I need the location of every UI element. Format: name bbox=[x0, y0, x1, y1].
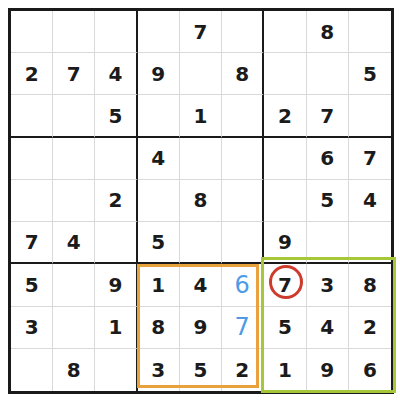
cell-r4c5[interactable] bbox=[180, 138, 222, 180]
cell-r4c2[interactable] bbox=[53, 138, 95, 180]
cell-r5c8[interactable]: 5 bbox=[307, 180, 349, 222]
cell-r5c4[interactable] bbox=[138, 180, 180, 222]
cell-r9c7[interactable]: 1 bbox=[264, 349, 306, 391]
cell-r8c3[interactable]: 1 bbox=[95, 307, 137, 349]
cell-r1c3[interactable] bbox=[95, 11, 137, 53]
cell-r1c5[interactable]: 7 bbox=[180, 11, 222, 53]
cell-r2c1[interactable]: 2 bbox=[11, 53, 53, 95]
cell-r9c8[interactable]: 9 bbox=[307, 349, 349, 391]
cell-r2c7[interactable] bbox=[264, 53, 306, 95]
cell-r2c6[interactable]: 8 bbox=[222, 53, 264, 95]
cell-r9c3[interactable] bbox=[95, 349, 137, 391]
cell-r2c5[interactable] bbox=[180, 53, 222, 95]
cell-r9c9[interactable]: 6 bbox=[349, 349, 391, 391]
cell-r5c6[interactable] bbox=[222, 180, 264, 222]
cell-r7c3[interactable]: 9 bbox=[95, 264, 137, 306]
cell-r9c5[interactable]: 5 bbox=[180, 349, 222, 391]
cell-r6c4[interactable]: 5 bbox=[138, 222, 180, 264]
cell-r1c2[interactable] bbox=[53, 11, 95, 53]
cell-r8c6[interactable]: 7 bbox=[222, 307, 264, 349]
cell-r1c9[interactable] bbox=[349, 11, 391, 53]
cell-r8c9[interactable]: 2 bbox=[349, 307, 391, 349]
cell-r5c1[interactable] bbox=[11, 180, 53, 222]
cell-r4c8[interactable]: 6 bbox=[307, 138, 349, 180]
cell-r4c3[interactable] bbox=[95, 138, 137, 180]
cell-r4c4[interactable]: 4 bbox=[138, 138, 180, 180]
cell-r5c7[interactable] bbox=[264, 180, 306, 222]
cell-r6c8[interactable] bbox=[307, 222, 349, 264]
cell-r4c1[interactable] bbox=[11, 138, 53, 180]
cell-r3c2[interactable] bbox=[53, 95, 95, 137]
cell-r6c6[interactable] bbox=[222, 222, 264, 264]
cell-r4c6[interactable] bbox=[222, 138, 264, 180]
cell-r7c6[interactable]: 6 bbox=[222, 264, 264, 306]
cell-r2c8[interactable] bbox=[307, 53, 349, 95]
cell-r3c4[interactable] bbox=[138, 95, 180, 137]
cell-r3c3[interactable]: 5 bbox=[95, 95, 137, 137]
cell-r8c7[interactable]: 5 bbox=[264, 307, 306, 349]
cell-r9c4[interactable]: 3 bbox=[138, 349, 180, 391]
cell-r5c9[interactable]: 4 bbox=[349, 180, 391, 222]
cell-r2c3[interactable]: 4 bbox=[95, 53, 137, 95]
cell-r5c5[interactable]: 8 bbox=[180, 180, 222, 222]
cell-r4c7[interactable] bbox=[264, 138, 306, 180]
cell-r3c1[interactable] bbox=[11, 95, 53, 137]
cell-r5c3[interactable]: 2 bbox=[95, 180, 137, 222]
cell-r3c9[interactable] bbox=[349, 95, 391, 137]
cell-r8c4[interactable]: 8 bbox=[138, 307, 180, 349]
cell-r2c2[interactable]: 7 bbox=[53, 53, 95, 95]
cell-r3c5[interactable]: 1 bbox=[180, 95, 222, 137]
cell-r7c9[interactable]: 8 bbox=[349, 264, 391, 306]
cell-r6c3[interactable] bbox=[95, 222, 137, 264]
cell-r6c1[interactable]: 7 bbox=[11, 222, 53, 264]
cell-r2c9[interactable]: 5 bbox=[349, 53, 391, 95]
cell-r7c8[interactable]: 3 bbox=[307, 264, 349, 306]
cell-r7c2[interactable] bbox=[53, 264, 95, 306]
cell-r7c4[interactable]: 1 bbox=[138, 264, 180, 306]
cell-r1c7[interactable] bbox=[264, 11, 306, 53]
cell-r8c8[interactable]: 4 bbox=[307, 307, 349, 349]
cell-r7c5[interactable]: 4 bbox=[180, 264, 222, 306]
cell-r7c7[interactable]: 7 bbox=[264, 264, 306, 306]
cell-r9c6[interactable]: 2 bbox=[222, 349, 264, 391]
cell-r8c1[interactable]: 3 bbox=[11, 307, 53, 349]
cell-r6c9[interactable] bbox=[349, 222, 391, 264]
cell-r7c1[interactable]: 5 bbox=[11, 264, 53, 306]
cell-r4c9[interactable]: 7 bbox=[349, 138, 391, 180]
cell-r1c8[interactable]: 8 bbox=[307, 11, 349, 53]
cell-r1c6[interactable] bbox=[222, 11, 264, 53]
cell-r6c7[interactable]: 9 bbox=[264, 222, 306, 264]
cell-r9c1[interactable] bbox=[11, 349, 53, 391]
sudoku-board: 7827498551274672854745959146738318975428… bbox=[8, 8, 394, 394]
cell-r5c2[interactable] bbox=[53, 180, 95, 222]
cell-r1c4[interactable] bbox=[138, 11, 180, 53]
cell-r8c5[interactable]: 9 bbox=[180, 307, 222, 349]
cell-r2c4[interactable]: 9 bbox=[138, 53, 180, 95]
cell-r9c2[interactable]: 8 bbox=[53, 349, 95, 391]
cell-r1c1[interactable] bbox=[11, 11, 53, 53]
cell-r6c2[interactable]: 4 bbox=[53, 222, 95, 264]
cell-r3c6[interactable] bbox=[222, 95, 264, 137]
cell-r8c2[interactable] bbox=[53, 307, 95, 349]
cell-r6c5[interactable] bbox=[180, 222, 222, 264]
cell-r3c8[interactable]: 7 bbox=[307, 95, 349, 137]
cell-r3c7[interactable]: 2 bbox=[264, 95, 306, 137]
